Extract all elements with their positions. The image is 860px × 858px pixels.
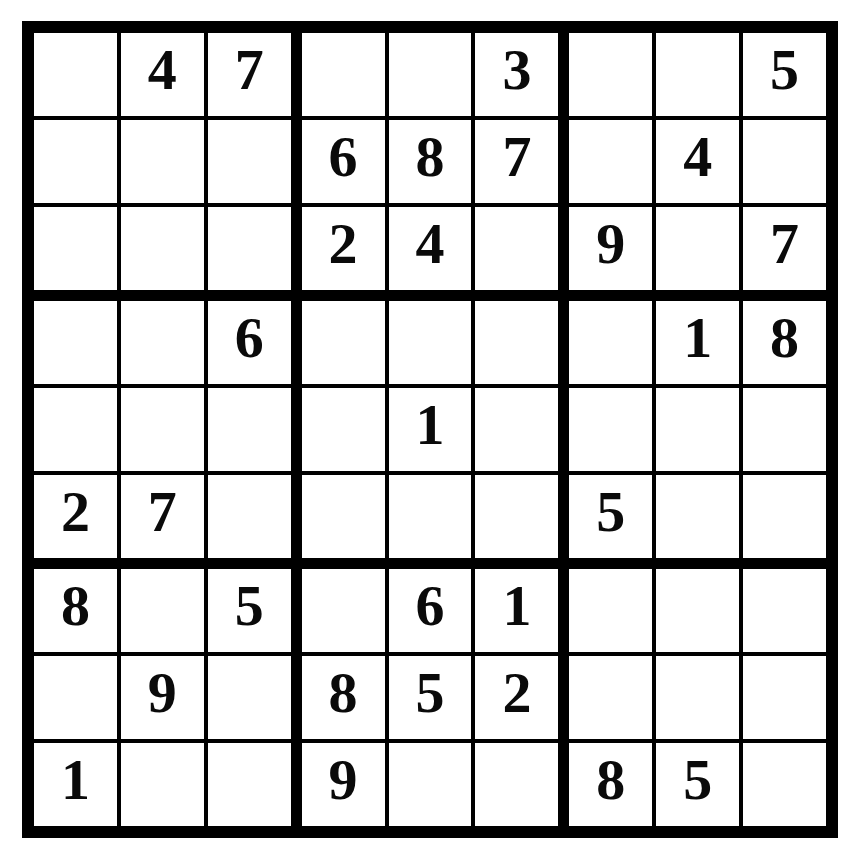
cell-r5c5[interactable]: 1 [389, 388, 472, 471]
cell-r6c5[interactable] [389, 475, 472, 558]
cell-r9c8[interactable]: 5 [656, 743, 739, 826]
cell-r7c4[interactable] [302, 569, 385, 652]
cell-r9c2[interactable] [121, 743, 204, 826]
cell-r3c9[interactable]: 7 [743, 207, 826, 290]
cell-r9c4[interactable]: 9 [302, 743, 385, 826]
cell-r3c6[interactable] [475, 207, 558, 290]
cell-r7c5[interactable]: 6 [389, 569, 472, 652]
cell-r1c1[interactable] [34, 33, 117, 116]
cell-r3c2[interactable] [121, 207, 204, 290]
cell-r3c1[interactable] [34, 207, 117, 290]
cell-r3c5[interactable]: 4 [389, 207, 472, 290]
cell-r1c5[interactable] [389, 33, 472, 116]
cell-r1c4[interactable] [302, 33, 385, 116]
cell-r5c2[interactable] [121, 388, 204, 471]
cell-r3c3[interactable] [208, 207, 291, 290]
cell-r8c6[interactable]: 2 [475, 656, 558, 739]
cell-r9c5[interactable] [389, 743, 472, 826]
box-r2c1: 627 [34, 301, 291, 558]
cell-r5c1[interactable] [34, 388, 117, 471]
cell-r8c4[interactable]: 8 [302, 656, 385, 739]
cell-r9c9[interactable] [743, 743, 826, 826]
cell-r4c7[interactable] [569, 301, 652, 384]
box-r3c1: 8591 [34, 569, 291, 826]
cell-r7c9[interactable] [743, 569, 826, 652]
cell-r7c2[interactable] [121, 569, 204, 652]
cell-r7c7[interactable] [569, 569, 652, 652]
cell-r2c8[interactable]: 4 [656, 120, 739, 203]
cell-r2c7[interactable] [569, 120, 652, 203]
cell-r4c1[interactable] [34, 301, 117, 384]
box-r2c2: 1 [302, 301, 559, 558]
cell-r5c3[interactable] [208, 388, 291, 471]
box-r1c3: 5497 [569, 33, 826, 290]
cell-r8c9[interactable] [743, 656, 826, 739]
cell-r6c2[interactable]: 7 [121, 475, 204, 558]
cell-r4c2[interactable] [121, 301, 204, 384]
cell-r6c1[interactable]: 2 [34, 475, 117, 558]
cell-r6c8[interactable] [656, 475, 739, 558]
cell-r9c6[interactable] [475, 743, 558, 826]
cell-r4c8[interactable]: 1 [656, 301, 739, 384]
cell-r4c6[interactable] [475, 301, 558, 384]
cell-r3c4[interactable]: 2 [302, 207, 385, 290]
box-r1c1: 47 [34, 33, 291, 290]
cell-r1c7[interactable] [569, 33, 652, 116]
cell-r1c2[interactable]: 4 [121, 33, 204, 116]
cell-r6c7[interactable]: 5 [569, 475, 652, 558]
page: 4736872454976271185859161852985 [0, 0, 860, 858]
cell-r4c3[interactable]: 6 [208, 301, 291, 384]
box-r1c2: 368724 [302, 33, 559, 290]
cell-r1c8[interactable] [656, 33, 739, 116]
cell-r8c3[interactable] [208, 656, 291, 739]
cell-r3c8[interactable] [656, 207, 739, 290]
box-r3c3: 85 [569, 569, 826, 826]
cell-r2c3[interactable] [208, 120, 291, 203]
cell-r8c1[interactable] [34, 656, 117, 739]
cell-r9c3[interactable] [208, 743, 291, 826]
cell-r7c8[interactable] [656, 569, 739, 652]
cell-r2c5[interactable]: 8 [389, 120, 472, 203]
cell-r6c6[interactable] [475, 475, 558, 558]
cell-r5c9[interactable] [743, 388, 826, 471]
cell-r2c2[interactable] [121, 120, 204, 203]
box-r2c3: 185 [569, 301, 826, 558]
cell-r6c4[interactable] [302, 475, 385, 558]
cell-r5c7[interactable] [569, 388, 652, 471]
cell-r6c9[interactable] [743, 475, 826, 558]
cell-r4c5[interactable] [389, 301, 472, 384]
cell-r4c9[interactable]: 8 [743, 301, 826, 384]
cell-r6c3[interactable] [208, 475, 291, 558]
cell-r1c3[interactable]: 7 [208, 33, 291, 116]
cell-r1c6[interactable]: 3 [475, 33, 558, 116]
cell-r4c4[interactable] [302, 301, 385, 384]
cell-r7c6[interactable]: 1 [475, 569, 558, 652]
cell-r9c7[interactable]: 8 [569, 743, 652, 826]
cell-r8c8[interactable] [656, 656, 739, 739]
cell-r9c1[interactable]: 1 [34, 743, 117, 826]
cell-r8c5[interactable]: 5 [389, 656, 472, 739]
cell-r8c7[interactable] [569, 656, 652, 739]
cell-r2c6[interactable]: 7 [475, 120, 558, 203]
box-r3c2: 618529 [302, 569, 559, 826]
cell-r7c3[interactable]: 5 [208, 569, 291, 652]
cell-r3c7[interactable]: 9 [569, 207, 652, 290]
cell-r2c1[interactable] [34, 120, 117, 203]
cell-r2c9[interactable] [743, 120, 826, 203]
cell-r7c1[interactable]: 8 [34, 569, 117, 652]
cell-r5c4[interactable] [302, 388, 385, 471]
sudoku-board: 4736872454976271185859161852985 [22, 21, 838, 838]
cell-r2c4[interactable]: 6 [302, 120, 385, 203]
cell-r5c6[interactable] [475, 388, 558, 471]
cell-r1c9[interactable]: 5 [743, 33, 826, 116]
cell-r8c2[interactable]: 9 [121, 656, 204, 739]
cell-r5c8[interactable] [656, 388, 739, 471]
